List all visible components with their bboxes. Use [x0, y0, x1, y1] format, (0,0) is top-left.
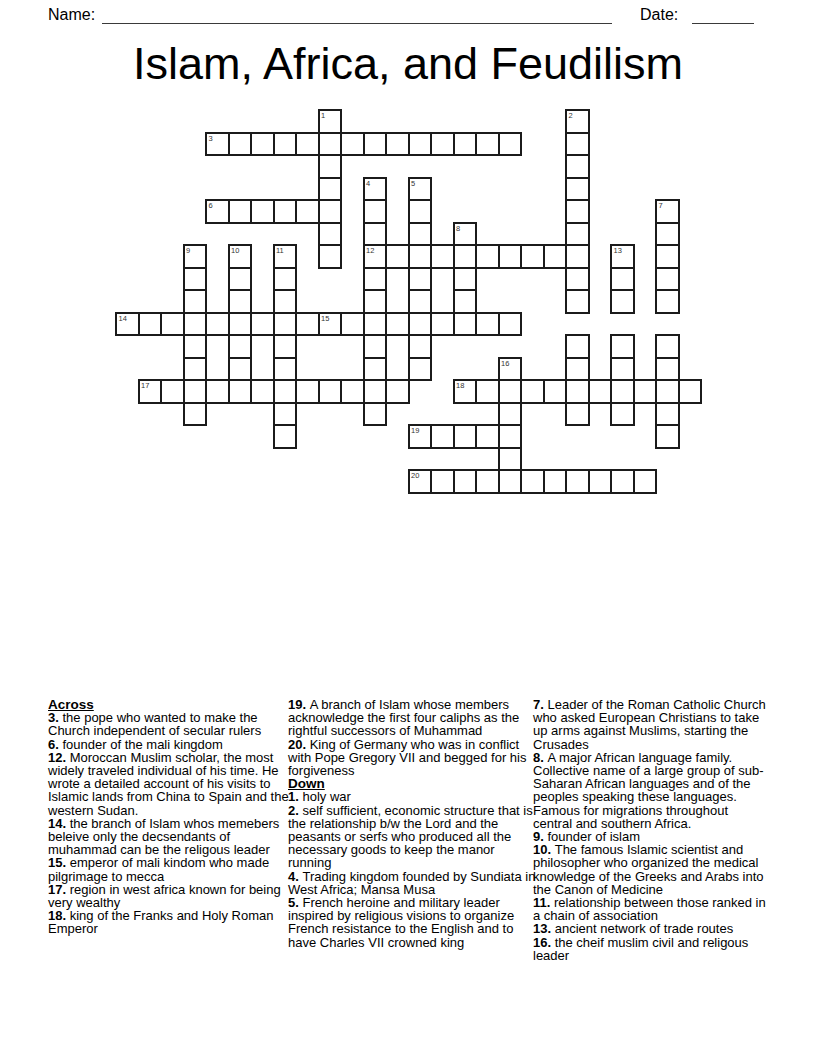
grid-cell[interactable]: 15 [318, 312, 343, 337]
grid-cell[interactable] [408, 289, 433, 314]
grid-cell[interactable] [408, 244, 433, 269]
grid-cell[interactable] [408, 334, 433, 359]
grid-cell[interactable] [565, 469, 590, 494]
grid-cell[interactable]: 9 [183, 244, 208, 269]
name-label: Name: [48, 6, 95, 24]
clues-column-left: Across3. the pope who wanted to make the… [48, 698, 292, 936]
cell-number: 7 [659, 201, 663, 210]
grid-cell[interactable] [205, 379, 230, 404]
grid-cell[interactable] [408, 312, 433, 337]
grid-cell[interactable]: 8 [453, 222, 478, 247]
grid-cell[interactable] [363, 334, 388, 359]
grid-cell[interactable] [295, 379, 320, 404]
grid-cell[interactable] [408, 267, 433, 292]
grid-cell[interactable]: 6 [205, 199, 230, 224]
grid-cell[interactable] [498, 402, 523, 427]
grid-cell[interactable] [453, 424, 478, 449]
grid-cell[interactable] [250, 312, 275, 337]
clue-text: relationship between those ranked in a c… [533, 895, 766, 923]
grid-cell[interactable] [475, 424, 500, 449]
grid-cell[interactable] [498, 424, 523, 449]
grid-cell[interactable] [363, 312, 388, 337]
clue-text: emperor of mali kindom who made pilgrima… [48, 855, 269, 883]
clue-text: King of Germany who was in conflict with… [288, 737, 526, 778]
clue-item: 10. The famous Islamic scientist and phi… [533, 843, 769, 896]
grid-cell[interactable] [363, 267, 388, 292]
grid-cell[interactable] [453, 469, 478, 494]
cell-number: 6 [209, 201, 213, 210]
grid-cell[interactable] [565, 222, 590, 247]
grid-cell[interactable] [565, 357, 590, 382]
grid-cell[interactable] [318, 379, 343, 404]
grid-cell[interactable]: 16 [498, 357, 523, 382]
cell-number: 11 [276, 246, 284, 255]
grid-cell[interactable] [565, 267, 590, 292]
grid-cell[interactable] [408, 357, 433, 382]
grid-cell[interactable] [610, 379, 635, 404]
grid-cell[interactable] [183, 357, 208, 382]
grid-cell[interactable] [565, 289, 590, 314]
grid-cell[interactable] [295, 312, 320, 337]
grid-cell[interactable] [318, 222, 343, 247]
cell-number: 4 [366, 179, 370, 188]
grid-cell[interactable]: 19 [408, 424, 433, 449]
grid-cell[interactable] [250, 199, 275, 224]
grid-cell[interactable] [655, 244, 680, 269]
grid-cell[interactable] [183, 379, 208, 404]
grid-cell[interactable] [385, 132, 410, 157]
clue-item: 3. the pope who wanted to make the Churc… [48, 711, 292, 737]
grid-cell[interactable] [610, 357, 635, 382]
cell-number: 8 [456, 224, 460, 233]
grid-cell[interactable] [588, 379, 613, 404]
grid-cell[interactable] [273, 357, 298, 382]
grid-cell[interactable] [610, 289, 635, 314]
grid-cell[interactable] [475, 469, 500, 494]
cell-number: 9 [186, 246, 190, 255]
grid-cell[interactable] [385, 379, 410, 404]
grid-cell[interactable] [250, 132, 275, 157]
clue-item: 16. the cheif muslim civil and religous … [533, 936, 769, 962]
clue-text: king of the Franks and Holy Roman Empero… [48, 908, 273, 936]
grid-cell[interactable] [273, 334, 298, 359]
grid-cell[interactable] [363, 132, 388, 157]
grid-cell[interactable] [475, 244, 500, 269]
grid-cell[interactable] [610, 402, 635, 427]
cell-number: 2 [569, 111, 573, 120]
grid-cell[interactable] [205, 312, 230, 337]
grid-cell[interactable] [228, 132, 253, 157]
grid-cell[interactable] [475, 312, 500, 337]
grid-cell[interactable] [453, 132, 478, 157]
grid-cell[interactable] [408, 222, 433, 247]
clue-item: 2. self sufficient, economic structure t… [288, 804, 538, 870]
clue-item: 19. A branch of Islam whose members ackn… [288, 698, 538, 738]
grid-cell[interactable] [228, 267, 253, 292]
cell-number: 12 [366, 246, 374, 255]
grid-cell[interactable] [273, 267, 298, 292]
grid-cell[interactable]: 11 [273, 244, 298, 269]
grid-cell[interactable] [453, 267, 478, 292]
grid-cell[interactable] [363, 199, 388, 224]
grid-cell[interactable] [138, 312, 163, 337]
grid-cell[interactable]: 20 [408, 469, 433, 494]
grid-cell[interactable] [318, 154, 343, 179]
grid-cell[interactable] [565, 379, 590, 404]
clue-item: 7. Leader of the Roman Catholic Church w… [533, 698, 769, 751]
grid-cell[interactable]: 17 [138, 379, 163, 404]
grid-cell[interactable] [273, 379, 298, 404]
grid-cell[interactable] [295, 199, 320, 224]
grid-cell[interactable] [655, 402, 680, 427]
grid-cell[interactable] [183, 312, 208, 337]
grid-cell[interactable] [273, 424, 298, 449]
grid-cell[interactable]: 13 [610, 244, 635, 269]
grid-cell[interactable] [655, 424, 680, 449]
clue-text: region in west africa known for being ve… [48, 882, 281, 910]
grid-cell[interactable] [498, 312, 523, 337]
grid-cell[interactable] [543, 469, 568, 494]
grid-cell[interactable] [565, 177, 590, 202]
grid-cell[interactable] [228, 379, 253, 404]
grid-cell[interactable] [408, 132, 433, 157]
grid-cell[interactable] [318, 244, 343, 269]
grid-cell[interactable] [273, 402, 298, 427]
clue-text: A major African language family. Collect… [533, 750, 764, 831]
grid-cell[interactable] [228, 199, 253, 224]
grid-cell[interactable]: 7 [655, 199, 680, 224]
cell-number: 20 [411, 471, 419, 480]
grid-cell[interactable] [498, 132, 523, 157]
grid-cell[interactable] [430, 244, 455, 269]
clue-item: 4. Trading kingdom founded by Sundiata i… [288, 870, 538, 896]
grid-cell[interactable]: 1 [318, 109, 343, 134]
grid-cell[interactable] [363, 357, 388, 382]
grid-cell[interactable] [363, 289, 388, 314]
clue-text: the pope who wanted to make the Church i… [48, 710, 261, 738]
clue-text: Trading kingdom founded by Sundiata in W… [288, 869, 535, 897]
grid-cell[interactable] [228, 334, 253, 359]
grid-cell[interactable] [565, 334, 590, 359]
grid-cell[interactable] [565, 199, 590, 224]
grid-cell[interactable] [610, 267, 635, 292]
clue-item: 15. emperor of mali kindom who made pilg… [48, 856, 292, 882]
clue-item: 8. A major African language family. Coll… [533, 751, 769, 830]
grid-cell[interactable] [430, 469, 455, 494]
cell-number: 1 [321, 111, 325, 120]
clue-item: 14. the branch of Islam whos memebers be… [48, 817, 292, 857]
clue-text: A branch of Islam whose members acknowle… [288, 697, 519, 738]
grid-cell[interactable] [385, 244, 410, 269]
grid-cell[interactable] [318, 177, 343, 202]
grid-cell[interactable] [498, 447, 523, 472]
cell-number: 3 [209, 134, 213, 143]
date-label: Date: [640, 6, 678, 24]
grid-cell[interactable] [588, 469, 613, 494]
grid-cell[interactable] [228, 289, 253, 314]
grid-cell[interactable] [655, 289, 680, 314]
grid-cell[interactable] [295, 132, 320, 157]
grid-cell[interactable]: 4 [363, 177, 388, 202]
grid-cell[interactable] [160, 379, 185, 404]
grid-cell[interactable] [318, 132, 343, 157]
grid-cell[interactable]: 14 [115, 312, 140, 337]
cell-number: 19 [411, 426, 419, 435]
clue-text: The famous Islamic scientist and philoso… [533, 842, 764, 897]
cell-number: 17 [141, 381, 149, 390]
grid-cell[interactable] [655, 357, 680, 382]
clue-text: the cheif muslim civil and religous lead… [533, 935, 748, 963]
page-title: Islam, Africa, and Feudilism [0, 38, 816, 90]
grid-cell[interactable] [430, 132, 455, 157]
clue-item: 17. region in west africa known for bein… [48, 883, 292, 909]
clue-item: 5. French heroine and military leader in… [288, 896, 538, 949]
grid-cell[interactable]: 10 [228, 244, 253, 269]
clues-column-right: 7. Leader of the Roman Catholic Church w… [533, 698, 769, 962]
grid-cell[interactable] [183, 334, 208, 359]
cell-number: 15 [321, 314, 329, 323]
crossword-grid: 1234567891011121314151617181920 [116, 110, 702, 494]
grid-cell[interactable] [363, 379, 388, 404]
grid-cell[interactable] [453, 244, 478, 269]
grid-cell[interactable] [498, 379, 523, 404]
grid-cell[interactable] [610, 469, 635, 494]
clue-item: 11. relationship between those ranked in… [533, 896, 769, 922]
grid-cell[interactable] [453, 312, 478, 337]
grid-cell[interactable] [273, 199, 298, 224]
grid-cell[interactable]: 2 [565, 109, 590, 134]
grid-cell[interactable] [430, 424, 455, 449]
clue-item: 20. King of Germany who was in conflict … [288, 738, 538, 778]
clue-text: Moroccan Muslim scholar, the most widely… [48, 750, 289, 818]
grid-cell[interactable] [633, 469, 658, 494]
grid-cell[interactable] [183, 289, 208, 314]
clue-text: Leader of the Roman Catholic Church who … [533, 697, 766, 752]
grid-cell[interactable] [655, 379, 680, 404]
grid-cell[interactable] [340, 379, 365, 404]
grid-cell[interactable]: 12 [363, 244, 388, 269]
grid-cell[interactable] [543, 379, 568, 404]
grid-cell[interactable] [273, 132, 298, 157]
grid-cell[interactable] [655, 267, 680, 292]
grid-cell[interactable]: 18 [453, 379, 478, 404]
grid-cell[interactable] [363, 222, 388, 247]
cell-number: 14 [119, 314, 127, 323]
grid-cell[interactable] [565, 132, 590, 157]
grid-cell[interactable] [430, 312, 455, 337]
grid-cell[interactable] [228, 357, 253, 382]
grid-cell[interactable] [250, 379, 275, 404]
grid-cell[interactable] [520, 244, 545, 269]
grid-cell[interactable] [318, 199, 343, 224]
cell-number: 16 [501, 359, 509, 368]
grid-cell[interactable] [565, 244, 590, 269]
grid-cell[interactable] [610, 334, 635, 359]
clue-item: 18. king of the Franks and Holy Roman Em… [48, 909, 292, 935]
grid-cell[interactable] [543, 244, 568, 269]
grid-cell[interactable] [655, 334, 680, 359]
grid-cell[interactable] [475, 379, 500, 404]
name-blank-line[interactable] [102, 6, 612, 24]
grid-cell[interactable]: 5 [408, 177, 433, 202]
grid-cell[interactable] [520, 469, 545, 494]
grid-cell[interactable] [363, 402, 388, 427]
grid-cell[interactable] [183, 267, 208, 292]
grid-cell[interactable] [340, 132, 365, 157]
clue-text: the branch of Islam whos memebers beleiv… [48, 816, 279, 857]
grid-cell[interactable] [273, 289, 298, 314]
grid-cell[interactable] [453, 289, 478, 314]
grid-cell[interactable] [273, 312, 298, 337]
clues-column-middle: 19. A branch of Islam whose members ackn… [288, 698, 538, 949]
grid-cell[interactable] [498, 469, 523, 494]
grid-cell[interactable] [655, 222, 680, 247]
grid-cell[interactable]: 3 [205, 132, 230, 157]
grid-cell[interactable] [520, 379, 545, 404]
grid-cell[interactable] [183, 402, 208, 427]
grid-cell[interactable] [228, 312, 253, 337]
date-blank-line[interactable] [692, 6, 754, 24]
grid-cell[interactable] [633, 379, 658, 404]
grid-cell[interactable] [565, 402, 590, 427]
clue-text: self sufficient, economic structure that… [288, 803, 533, 871]
grid-cell[interactable] [565, 154, 590, 179]
cell-number: 18 [456, 381, 464, 390]
grid-cell[interactable] [678, 379, 703, 404]
worksheet-page: Name: Date: Islam, Africa, and Feudilism… [0, 0, 816, 1056]
cell-number: 5 [411, 179, 415, 188]
cell-number: 13 [614, 246, 622, 255]
grid-cell[interactable] [385, 312, 410, 337]
grid-cell[interactable] [340, 312, 365, 337]
grid-cell[interactable] [498, 244, 523, 269]
grid-cell[interactable] [160, 312, 185, 337]
clue-item: 12. Moroccan Muslim scholar, the most wi… [48, 751, 292, 817]
grid-cell[interactable] [408, 199, 433, 224]
grid-cell[interactable] [475, 132, 500, 157]
clue-text: French heroine and military leader inspi… [288, 895, 514, 950]
cell-number: 10 [231, 246, 239, 255]
